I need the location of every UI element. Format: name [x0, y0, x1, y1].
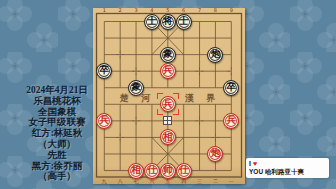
watermark-line2: YOU 哈利路亚十爽	[249, 168, 326, 176]
file-label-top: 1	[99, 7, 109, 13]
result: 先胜	[2, 150, 112, 161]
match-date: 2024年4月21日	[2, 85, 112, 96]
file-label-bottom: 二	[210, 178, 220, 184]
piece-red-elephant[interactable]: 相	[128, 163, 144, 179]
red-player: 红方:林延秋	[2, 128, 112, 139]
last-move-origin-marker	[163, 116, 172, 125]
file-label-top: 6	[179, 7, 189, 13]
piece-black-advisor[interactable]: 士	[176, 14, 192, 30]
last-move-highlight	[173, 93, 179, 99]
piece-black-general[interactable]: 将	[160, 14, 176, 30]
piece-red-advisor[interactable]: 仕	[144, 163, 160, 179]
last-move-highlight	[157, 93, 163, 99]
piece-black-advisor[interactable]: 士	[144, 14, 160, 30]
piece-black-soldier[interactable]: 卒	[223, 80, 239, 96]
file-label-top: 7	[195, 7, 205, 13]
xiangqi-board: 楚 河 漢 界 123456789九八七六五四三二一士将士象炮卒象卒兵兵兵兵相炮…	[93, 8, 245, 184]
file-label-top: 2	[115, 7, 125, 13]
event-name-3: 女子甲级联赛	[2, 117, 112, 128]
heart-icon: ♥	[253, 160, 257, 167]
piece-black-elephant[interactable]: 象	[160, 47, 176, 63]
piece-black-cannon[interactable]: 炮	[207, 47, 223, 63]
piece-black-elephant[interactable]: 象	[128, 80, 144, 96]
event-name: 乐昌桃花杯	[2, 96, 112, 107]
piece-red-soldier[interactable]: 兵	[160, 63, 176, 79]
match-info: 2024年4月21日 乐昌桃花杯 全国象棋 女子甲级联赛 红方:林延秋 （大师）…	[2, 85, 112, 182]
file-label-bottom: 八	[115, 178, 125, 184]
red-player-title: （大师）	[2, 139, 112, 150]
river-label-right: 漢 界	[185, 92, 220, 105]
file-label-top: 4	[147, 7, 157, 13]
last-move-highlight	[157, 109, 163, 115]
video-frame: 2024年4月21日 乐昌桃花杯 全国象棋 女子甲级联赛 红方:林延秋 （大师）…	[0, 0, 336, 189]
file-label-top: 9	[226, 7, 236, 13]
piece-red-soldier[interactable]: 兵	[160, 96, 176, 112]
file-label-top: 5	[163, 7, 173, 13]
file-label-top: 3	[131, 7, 141, 13]
file-label-bottom: 三	[195, 178, 205, 184]
event-name-2: 全国象棋	[2, 107, 112, 118]
piece-red-advisor[interactable]: 仕	[176, 163, 192, 179]
file-label-bottom: 一	[226, 178, 236, 184]
file-label-top: 8	[210, 7, 220, 13]
watermark-line1: I ♥	[249, 160, 326, 168]
black-player: 黑方:徐乔丽	[2, 161, 112, 172]
last-move-highlight	[173, 109, 179, 115]
black-player-title: （高手）	[2, 171, 112, 182]
piece-red-general[interactable]: 帅	[160, 163, 176, 179]
watermark-badge: I ♥ YOU 哈利路亚十爽	[246, 158, 329, 178]
